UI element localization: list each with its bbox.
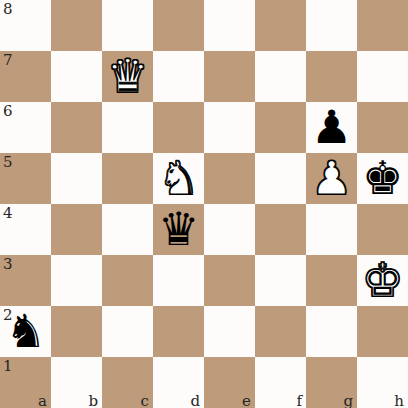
square-h2[interactable] [357, 306, 408, 357]
square-d5[interactable]: ♞ [153, 153, 204, 204]
square-e4[interactable] [204, 204, 255, 255]
square-a5[interactable]: 5 [0, 153, 51, 204]
square-d6[interactable] [153, 102, 204, 153]
square-d3[interactable] [153, 255, 204, 306]
file-label-g: g [343, 392, 353, 408]
square-e6[interactable] [204, 102, 255, 153]
square-g8[interactable] [306, 0, 357, 51]
page: 87♛6♟5♞♟♚4♛3♚2♞1abcdefgh [0, 0, 408, 408]
square-h7[interactable] [357, 51, 408, 102]
square-a3[interactable]: 3 [0, 255, 51, 306]
square-e3[interactable] [204, 255, 255, 306]
rank-label-8: 8 [3, 0, 13, 18]
square-d7[interactable] [153, 51, 204, 102]
square-b7[interactable] [51, 51, 102, 102]
rank-label-2: 2 [3, 306, 13, 324]
square-f5[interactable] [255, 153, 306, 204]
square-g6[interactable]: ♟ [306, 102, 357, 153]
square-f6[interactable] [255, 102, 306, 153]
square-a2[interactable]: 2♞ [0, 306, 51, 357]
rank-label-6: 6 [3, 102, 13, 120]
square-b1[interactable]: b [51, 357, 102, 408]
square-f4[interactable] [255, 204, 306, 255]
file-label-a: a [38, 392, 47, 408]
square-a7[interactable]: 7 [0, 51, 51, 102]
square-f7[interactable] [255, 51, 306, 102]
square-d4[interactable]: ♛ [153, 204, 204, 255]
square-e1[interactable]: e [204, 357, 255, 408]
square-b8[interactable] [51, 0, 102, 51]
white-pawn-g5: ♟ [311, 153, 352, 204]
square-e2[interactable] [204, 306, 255, 357]
chess-board: 87♛6♟5♞♟♚4♛3♚2♞1abcdefgh [0, 0, 408, 408]
white-queen-c7: ♛ [107, 51, 148, 102]
square-h4[interactable] [357, 204, 408, 255]
square-b6[interactable] [51, 102, 102, 153]
rank-label-5: 5 [3, 153, 13, 171]
file-label-f: f [296, 392, 302, 408]
square-c8[interactable] [102, 0, 153, 51]
square-d8[interactable] [153, 0, 204, 51]
file-label-e: e [242, 392, 251, 408]
square-g5[interactable]: ♟ [306, 153, 357, 204]
rank-label-7: 7 [3, 51, 13, 69]
square-g1[interactable]: g [306, 357, 357, 408]
square-g7[interactable] [306, 51, 357, 102]
square-e5[interactable] [204, 153, 255, 204]
square-f3[interactable] [255, 255, 306, 306]
rank-label-1: 1 [3, 357, 13, 375]
square-g3[interactable] [306, 255, 357, 306]
square-a4[interactable]: 4 [0, 204, 51, 255]
square-a8[interactable]: 8 [0, 0, 51, 51]
white-king-h3: ♚ [362, 255, 403, 306]
square-c2[interactable] [102, 306, 153, 357]
square-h1[interactable]: h [357, 357, 408, 408]
square-g2[interactable] [306, 306, 357, 357]
square-b4[interactable] [51, 204, 102, 255]
black-pawn-g6: ♟ [311, 102, 352, 153]
square-c7[interactable]: ♛ [102, 51, 153, 102]
square-b5[interactable] [51, 153, 102, 204]
square-f1[interactable]: f [255, 357, 306, 408]
square-h5[interactable]: ♚ [357, 153, 408, 204]
square-a1[interactable]: 1a [0, 357, 51, 408]
square-c6[interactable] [102, 102, 153, 153]
square-h3[interactable]: ♚ [357, 255, 408, 306]
square-b2[interactable] [51, 306, 102, 357]
white-knight-d5: ♞ [158, 153, 199, 204]
square-c5[interactable] [102, 153, 153, 204]
square-b3[interactable] [51, 255, 102, 306]
square-a6[interactable]: 6 [0, 102, 51, 153]
square-f2[interactable] [255, 306, 306, 357]
black-queen-d4: ♛ [158, 204, 199, 255]
rank-label-3: 3 [3, 255, 13, 273]
square-e8[interactable] [204, 0, 255, 51]
square-c4[interactable] [102, 204, 153, 255]
square-c3[interactable] [102, 255, 153, 306]
square-h8[interactable] [357, 0, 408, 51]
square-e7[interactable] [204, 51, 255, 102]
rank-label-4: 4 [3, 204, 13, 222]
file-label-h: h [394, 392, 404, 408]
black-king-h5: ♚ [362, 153, 403, 204]
square-h6[interactable] [357, 102, 408, 153]
square-d1[interactable]: d [153, 357, 204, 408]
square-g4[interactable] [306, 204, 357, 255]
square-c1[interactable]: c [102, 357, 153, 408]
file-label-b: b [88, 392, 98, 408]
file-label-c: c [141, 392, 149, 408]
file-label-d: d [190, 392, 200, 408]
square-f8[interactable] [255, 0, 306, 51]
square-d2[interactable] [153, 306, 204, 357]
